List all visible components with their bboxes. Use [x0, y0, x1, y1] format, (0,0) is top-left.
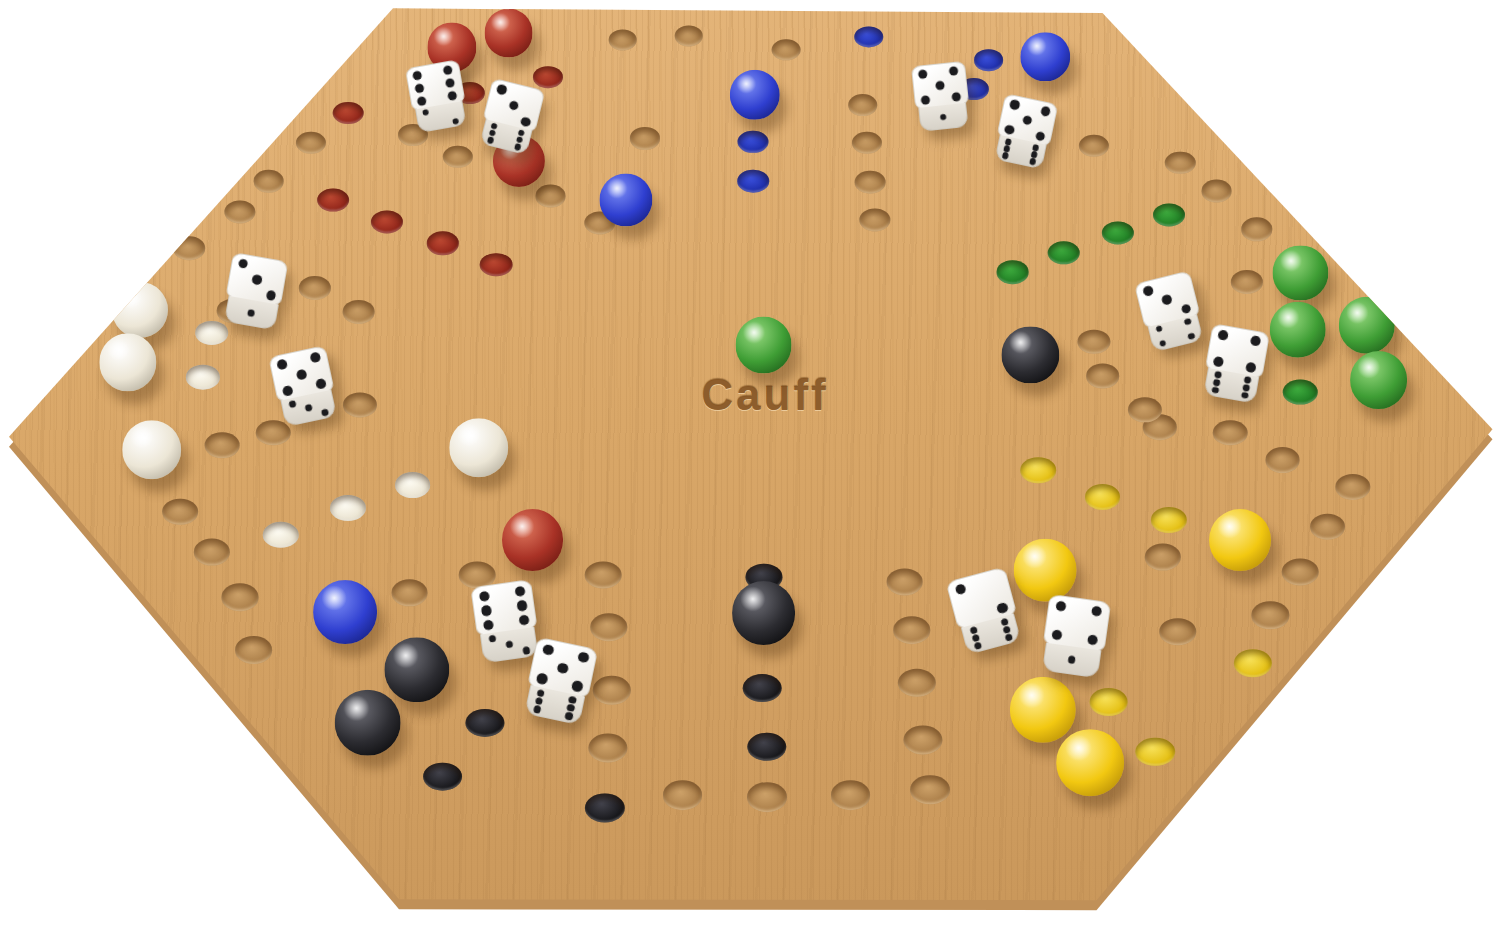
marble-green[interactable]	[1338, 297, 1394, 353]
painted-hole-black[interactable]	[465, 709, 504, 737]
painted-hole-blue[interactable]	[974, 50, 1004, 71]
plain-hole[interactable]	[1230, 270, 1262, 294]
die-pip	[1000, 617, 1009, 626]
die-pip	[534, 697, 543, 706]
painted-hole-white[interactable]	[330, 495, 366, 521]
plain-hole[interactable]	[903, 726, 942, 755]
plain-hole[interactable]	[772, 40, 801, 61]
brand-engraving: Cauff	[701, 370, 828, 420]
die-pip	[1004, 138, 1012, 146]
painted-hole-blue[interactable]	[854, 27, 884, 48]
marble-yellow[interactable]	[1009, 677, 1075, 743]
die-pip	[310, 352, 322, 364]
die-pip	[1212, 356, 1223, 367]
plain-hole[interactable]	[173, 236, 205, 259]
die-pip	[421, 109, 428, 116]
plain-hole[interactable]	[590, 613, 627, 641]
die-pip	[283, 386, 295, 398]
die-pip	[1003, 145, 1011, 153]
die-pip	[482, 619, 494, 631]
die-pip	[974, 641, 983, 650]
die-pip	[442, 66, 453, 77]
die-pip	[238, 259, 249, 270]
die-pip	[1001, 152, 1009, 160]
plain-hole[interactable]	[893, 616, 930, 644]
plain-hole[interactable]	[391, 579, 428, 606]
die-pip	[252, 275, 263, 286]
painted-hole-red[interactable]	[480, 253, 513, 277]
die-pip	[1161, 294, 1173, 306]
painted-hole-red[interactable]	[426, 232, 458, 255]
marble-yellow[interactable]	[1210, 509, 1272, 571]
plain-hole[interactable]	[162, 499, 198, 525]
die-pip	[247, 309, 255, 317]
die-pip	[416, 96, 427, 107]
die-pip	[564, 711, 573, 720]
die-pip	[505, 641, 513, 649]
die-pip	[296, 369, 308, 381]
plain-hole[interactable]	[848, 94, 878, 116]
painted-hole-red[interactable]	[532, 66, 562, 88]
marble-black[interactable]	[384, 637, 449, 702]
die-pip	[951, 92, 961, 102]
marble-yellow[interactable]	[1014, 539, 1077, 602]
marble-black[interactable]	[1002, 326, 1059, 383]
plain-hole[interactable]	[1077, 330, 1110, 355]
die-pip	[571, 680, 584, 693]
painted-hole-green[interactable]	[1101, 222, 1133, 245]
die-pip	[1029, 158, 1037, 166]
plain-hole[interactable]	[442, 146, 472, 168]
die-pip	[577, 651, 590, 664]
die-pip	[480, 605, 492, 617]
die-pip	[1002, 625, 1011, 634]
die-yellow-area[interactable]	[946, 566, 1025, 656]
die-pip	[265, 290, 276, 301]
plain-hole[interactable]	[855, 171, 886, 194]
die-pip	[487, 136, 495, 144]
die-pip	[1211, 386, 1219, 394]
painted-hole-yellow[interactable]	[1233, 650, 1271, 678]
die-green-area[interactable]	[1134, 270, 1206, 352]
die-pip	[513, 586, 525, 598]
painted-hole-yellow[interactable]	[1150, 507, 1186, 533]
die-pip	[1212, 379, 1220, 387]
plain-hole[interactable]	[1335, 474, 1370, 500]
die-pip	[541, 643, 554, 656]
plain-hole[interactable]	[897, 669, 935, 697]
die-pip	[1021, 115, 1032, 126]
die-pip	[536, 688, 545, 697]
plain-hole[interactable]	[1165, 151, 1195, 174]
plain-hole[interactable]	[1159, 618, 1197, 646]
die-pip	[920, 95, 930, 105]
die-pip	[1245, 362, 1256, 373]
die-pip	[948, 67, 958, 77]
die-pip	[451, 118, 458, 125]
die-pip	[934, 81, 944, 91]
plain-hole[interactable]	[1282, 559, 1319, 586]
die-pip	[566, 703, 575, 712]
die-pip	[970, 626, 979, 635]
painted-hole-white[interactable]	[195, 320, 229, 344]
die-pip	[918, 70, 928, 80]
die-pip	[488, 635, 496, 643]
plain-hole[interactable]	[299, 276, 331, 300]
die-pip	[1032, 144, 1040, 152]
plain-hole[interactable]	[910, 775, 950, 805]
die-pip	[972, 634, 981, 643]
die-pip	[1240, 391, 1248, 399]
painted-hole-green[interactable]	[1153, 203, 1185, 226]
marble-yellow[interactable]	[1057, 729, 1125, 797]
painted-hole-red[interactable]	[317, 188, 349, 211]
die-pip	[1056, 600, 1068, 612]
die-pip	[1213, 371, 1221, 379]
painted-hole-yellow[interactable]	[1089, 688, 1128, 716]
marble-white[interactable]	[111, 282, 167, 338]
plain-hole[interactable]	[222, 584, 259, 611]
plain-hole[interactable]	[193, 538, 229, 565]
marble-blue[interactable]	[313, 580, 377, 644]
painted-hole-red[interactable]	[333, 102, 364, 124]
plain-hole[interactable]	[859, 209, 890, 232]
die-pip	[1034, 130, 1045, 141]
marble-red[interactable]	[484, 9, 533, 58]
die-pip	[447, 90, 458, 101]
painted-hole-white[interactable]	[262, 522, 298, 548]
painted-hole-white[interactable]	[395, 472, 431, 498]
plain-hole[interactable]	[535, 185, 566, 208]
die-pip	[1009, 99, 1020, 110]
die-pip	[521, 116, 532, 127]
painted-hole-black[interactable]	[584, 794, 624, 823]
die-pip	[1005, 633, 1014, 642]
die-pip	[522, 647, 530, 655]
die-blue-area[interactable]	[910, 61, 970, 133]
game-board: Cauff	[0, 0, 1500, 929]
plain-hole[interactable]	[831, 780, 871, 810]
plain-hole[interactable]	[1241, 218, 1272, 241]
marble-green[interactable]	[1269, 302, 1326, 359]
marble-black[interactable]	[732, 581, 796, 645]
die-pip	[444, 78, 455, 89]
die-yellow-area[interactable]	[1040, 594, 1112, 679]
plain-hole[interactable]	[1213, 420, 1248, 446]
plain-hole[interactable]	[1310, 513, 1346, 540]
die-black-area[interactable]	[470, 579, 541, 663]
die-pip	[556, 661, 569, 674]
plain-hole[interactable]	[630, 127, 660, 149]
plain-hole[interactable]	[852, 132, 882, 154]
die-front-face	[917, 103, 967, 133]
die-white-area[interactable]	[269, 345, 341, 428]
die-pip	[497, 84, 508, 95]
plain-hole[interactable]	[663, 780, 703, 810]
plain-hole[interactable]	[674, 26, 703, 47]
painted-hole-white[interactable]	[185, 365, 219, 390]
die-front-face	[480, 627, 539, 663]
die-pip	[535, 672, 548, 685]
die-pip	[1004, 124, 1015, 135]
die-pip	[532, 705, 541, 714]
plain-hole[interactable]	[1252, 601, 1289, 629]
marble-green[interactable]	[1273, 246, 1328, 301]
die-pip	[1159, 339, 1167, 347]
plain-hole[interactable]	[343, 392, 377, 417]
plain-hole[interactable]	[747, 782, 787, 812]
die-white-area[interactable]	[221, 252, 289, 331]
die-pip	[412, 71, 423, 82]
die-pip	[478, 591, 490, 603]
die-pip	[414, 83, 425, 94]
marble-red[interactable]	[502, 509, 564, 571]
painted-hole-yellow[interactable]	[1135, 737, 1175, 765]
board-photo: Cauff	[0, 0, 1500, 929]
die-pip	[997, 602, 1010, 615]
painted-hole-yellow[interactable]	[1020, 457, 1056, 483]
die-pip	[1030, 151, 1038, 159]
die-pip	[955, 583, 968, 596]
painted-hole-blue[interactable]	[737, 170, 769, 193]
die-pip	[321, 409, 329, 417]
plain-hole[interactable]	[1078, 135, 1108, 157]
painted-hole-black[interactable]	[747, 733, 786, 761]
plain-hole[interactable]	[588, 733, 627, 762]
die-pip	[1039, 106, 1050, 117]
plain-hole[interactable]	[1086, 364, 1120, 389]
marble-blue[interactable]	[599, 173, 652, 226]
plain-hole[interactable]	[608, 29, 637, 50]
die-pip	[1091, 605, 1103, 617]
plain-hole[interactable]	[585, 561, 622, 588]
die-red-area[interactable]	[404, 60, 468, 135]
plain-hole[interactable]	[593, 676, 631, 704]
die-pip	[1087, 634, 1099, 646]
die-pip	[315, 379, 327, 391]
die-green-area[interactable]	[1200, 323, 1269, 404]
painted-hole-green[interactable]	[1047, 241, 1080, 264]
die-pip	[305, 404, 313, 412]
die-pip	[1250, 335, 1261, 346]
die-pip	[289, 400, 297, 408]
painted-hole-blue[interactable]	[738, 131, 769, 153]
die-pip	[1217, 329, 1228, 340]
plain-hole[interactable]	[1201, 180, 1232, 203]
die-pip	[1180, 303, 1192, 315]
die-pip	[515, 600, 527, 612]
die-pip	[1068, 656, 1076, 664]
marble-black[interactable]	[334, 689, 401, 756]
die-pip	[1243, 376, 1251, 384]
die-pip	[1052, 629, 1064, 641]
marble-green[interactable]	[1350, 351, 1408, 409]
die-pip	[1184, 318, 1192, 326]
die-pip	[1241, 384, 1249, 392]
plain-hole[interactable]	[253, 170, 284, 193]
plain-hole[interactable]	[886, 568, 923, 595]
die-pip	[568, 695, 577, 704]
die-pip	[517, 614, 529, 626]
plain-hole[interactable]	[235, 636, 273, 664]
marble-white[interactable]	[449, 418, 509, 478]
painted-hole-black[interactable]	[743, 674, 782, 702]
painted-hole-yellow[interactable]	[1085, 484, 1121, 510]
die-pip	[1155, 325, 1163, 333]
marble-blue[interactable]	[729, 70, 779, 120]
marble-white[interactable]	[99, 334, 156, 391]
plain-hole[interactable]	[205, 432, 240, 458]
die-pip	[1142, 285, 1154, 297]
plain-hole[interactable]	[1144, 544, 1180, 571]
plain-hole[interactable]	[295, 132, 325, 154]
die-pip	[1187, 332, 1195, 340]
die-pip	[277, 359, 289, 371]
marble-white[interactable]	[122, 420, 182, 480]
painted-hole-red[interactable]	[371, 210, 403, 233]
die-pip	[939, 114, 946, 121]
marble-green[interactable]	[735, 316, 792, 373]
painted-hole-green[interactable]	[996, 260, 1029, 284]
painted-hole-black[interactable]	[423, 762, 463, 791]
die-blue-area[interactable]	[991, 93, 1058, 170]
painted-hole-green[interactable]	[1283, 380, 1317, 405]
plain-hole[interactable]	[224, 200, 255, 223]
plain-hole[interactable]	[342, 300, 375, 324]
die-pip	[509, 100, 520, 111]
die-pip	[514, 143, 522, 151]
plain-hole[interactable]	[1265, 447, 1300, 473]
marble-blue[interactable]	[1021, 32, 1070, 81]
